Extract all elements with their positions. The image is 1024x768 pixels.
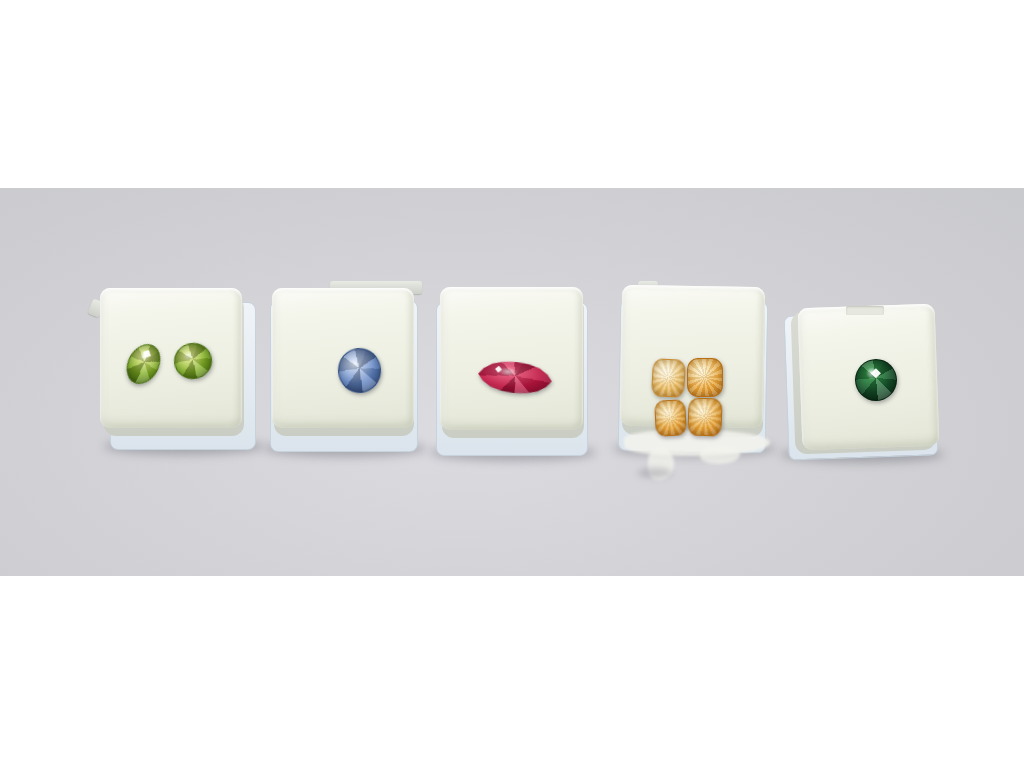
gem-citrine-bottom-right [687,397,722,436]
gem-stone-citrine-top-left [651,358,686,398]
box-1-peridot-pair-foam-pad [100,288,242,428]
gem-citrine-top-left [651,358,686,398]
gem-stone-sapphire-oval [336,347,382,395]
gem-sapphire-oval [336,347,382,395]
gem-green-round [855,359,897,401]
gem-stone-citrine-top-right [687,358,723,397]
box-5-green-round-foam-notch [846,306,884,315]
gemstone-photo [0,0,1024,768]
gem-peridot-right [172,341,215,382]
gem-stone-citrine-bottom-left [654,399,687,437]
gem-glint [871,368,881,378]
cotton-fuzz-shadow [638,468,672,478]
gem-stone-peridot-right [172,341,215,382]
gem-stone-citrine-bottom-right [687,397,722,436]
gem-citrine-bottom-left [654,399,687,437]
gem-citrine-top-right [687,358,723,397]
gem-glint [495,365,503,373]
box-3-red-marquise-foam-pad [440,287,583,430]
gem-stone-green-round [855,359,897,401]
gem-glint [141,348,153,360]
